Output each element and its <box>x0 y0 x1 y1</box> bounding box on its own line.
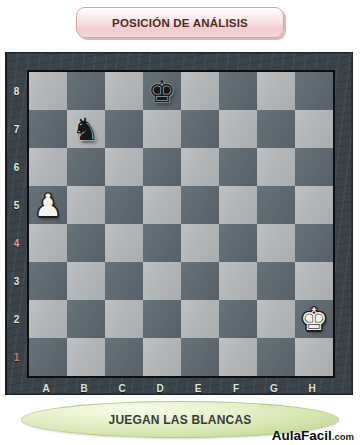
brand-name: AulaFacil <box>272 428 332 443</box>
square-f1 <box>219 338 257 376</box>
rank-label-7: 7 <box>6 110 27 148</box>
square-b6 <box>67 148 105 186</box>
square-h1 <box>295 338 333 376</box>
side-to-move-text: JUEGAN LAS BLANCAS <box>109 413 252 427</box>
square-f2 <box>219 300 257 338</box>
black-knight: ♞ <box>72 110 100 148</box>
black-king: ♚ <box>148 72 176 110</box>
brand-watermark: AulaFacil.com <box>272 426 354 444</box>
square-h2: ♚ <box>295 300 333 338</box>
rank-label-2: 2 <box>6 300 27 338</box>
square-g4 <box>257 224 295 262</box>
square-d4 <box>143 224 181 262</box>
square-d7 <box>143 110 181 148</box>
square-a1 <box>29 338 67 376</box>
square-a3 <box>29 262 67 300</box>
square-a4 <box>29 224 67 262</box>
square-a2 <box>29 300 67 338</box>
title-plaque: POSICIÓN DE ANÁLISIS <box>76 7 284 38</box>
brand-suffix: .com <box>332 431 354 442</box>
square-g2 <box>257 300 295 338</box>
square-c4 <box>105 224 143 262</box>
rank-label-1: 1 <box>6 338 27 376</box>
square-c3 <box>105 262 143 300</box>
square-e3 <box>181 262 219 300</box>
square-b2 <box>67 300 105 338</box>
square-e6 <box>181 148 219 186</box>
square-b5 <box>67 186 105 224</box>
square-e5 <box>181 186 219 224</box>
square-f3 <box>219 262 257 300</box>
file-labels: ABCDEFGH <box>27 380 335 396</box>
rank-label-3: 3 <box>6 262 27 300</box>
page-title: POSICIÓN DE ANÁLISIS <box>112 17 248 29</box>
square-g7 <box>257 110 295 148</box>
square-f6 <box>219 148 257 186</box>
square-h7 <box>295 110 333 148</box>
file-label-g: G <box>255 380 293 396</box>
lesson-diagram: POSICIÓN DE ANÁLISIS 87654321 ♚♞♟♚ ABCDE… <box>0 0 360 445</box>
file-label-f: F <box>217 380 255 396</box>
square-g1 <box>257 338 295 376</box>
square-e7 <box>181 110 219 148</box>
file-label-e: E <box>179 380 217 396</box>
file-label-c: C <box>103 380 141 396</box>
rank-label-4: 4 <box>6 224 27 262</box>
rank-labels: 87654321 <box>6 72 27 376</box>
square-e4 <box>181 224 219 262</box>
rank-label-8: 8 <box>6 72 27 110</box>
square-b1 <box>67 338 105 376</box>
square-a8 <box>29 72 67 110</box>
file-label-d: D <box>141 380 179 396</box>
square-c7 <box>105 110 143 148</box>
square-g3 <box>257 262 295 300</box>
square-h3 <box>295 262 333 300</box>
square-h4 <box>295 224 333 262</box>
square-d8: ♚ <box>143 72 181 110</box>
white-pawn: ♟ <box>34 186 62 224</box>
square-h6 <box>295 148 333 186</box>
square-e8 <box>181 72 219 110</box>
file-label-h: H <box>293 380 331 396</box>
square-f8 <box>219 72 257 110</box>
chessboard-frame: 87654321 ♚♞♟♚ ABCDEFGH <box>5 52 353 395</box>
square-b8 <box>67 72 105 110</box>
rank-label-6: 6 <box>6 148 27 186</box>
square-b4 <box>67 224 105 262</box>
square-c5 <box>105 186 143 224</box>
square-d5 <box>143 186 181 224</box>
square-d6 <box>143 148 181 186</box>
square-c2 <box>105 300 143 338</box>
square-a6 <box>29 148 67 186</box>
square-f5 <box>219 186 257 224</box>
file-label-b: B <box>65 380 103 396</box>
square-e2 <box>181 300 219 338</box>
square-d2 <box>143 300 181 338</box>
square-b7: ♞ <box>67 110 105 148</box>
chessboard: ♚♞♟♚ <box>27 70 335 378</box>
square-e1 <box>181 338 219 376</box>
square-b3 <box>67 262 105 300</box>
square-d1 <box>143 338 181 376</box>
square-f4 <box>219 224 257 262</box>
square-g5 <box>257 186 295 224</box>
white-king: ♚ <box>300 300 328 338</box>
rank-label-5: 5 <box>6 186 27 224</box>
square-c1 <box>105 338 143 376</box>
square-a5: ♟ <box>29 186 67 224</box>
square-g6 <box>257 148 295 186</box>
square-c8 <box>105 72 143 110</box>
square-f7 <box>219 110 257 148</box>
square-h8 <box>295 72 333 110</box>
square-d3 <box>143 262 181 300</box>
file-label-a: A <box>27 380 65 396</box>
square-h5 <box>295 186 333 224</box>
square-c6 <box>105 148 143 186</box>
square-a7 <box>29 110 67 148</box>
square-g8 <box>257 72 295 110</box>
